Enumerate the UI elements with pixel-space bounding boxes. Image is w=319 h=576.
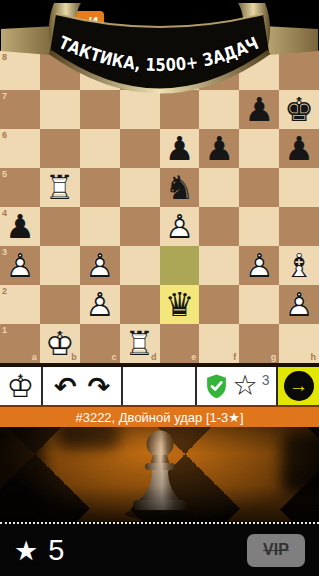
square-h5[interactable] bbox=[279, 168, 319, 207]
rank-label-5: 5 bbox=[2, 169, 7, 179]
square-b3[interactable] bbox=[40, 246, 80, 285]
square-f2[interactable] bbox=[199, 285, 239, 324]
square-f6[interactable]: ♟ bbox=[199, 129, 239, 168]
square-e8[interactable] bbox=[160, 51, 200, 90]
square-f4[interactable] bbox=[199, 207, 239, 246]
black-pawn: ♟ bbox=[199, 129, 239, 168]
puzzle-caption: #3222, Двойной удар [1-3★] bbox=[0, 407, 319, 427]
square-a6[interactable]: 6 bbox=[0, 129, 40, 168]
square-c7[interactable] bbox=[80, 90, 120, 129]
file-label-b: b bbox=[71, 352, 77, 362]
file-label-f: f bbox=[233, 352, 236, 362]
square-c6[interactable] bbox=[80, 129, 120, 168]
undo-redo-group: ↶ ↷ bbox=[43, 367, 123, 405]
rank-label-6: 6 bbox=[2, 130, 7, 140]
square-e1[interactable]: e bbox=[160, 324, 200, 363]
photo-vignette bbox=[0, 427, 319, 522]
square-c8[interactable] bbox=[80, 51, 120, 90]
square-b1[interactable]: b♚♔ bbox=[40, 324, 80, 363]
square-b8[interactable] bbox=[40, 51, 80, 90]
square-e7[interactable] bbox=[160, 90, 200, 129]
stars-icon: ★ bbox=[14, 537, 38, 564]
file-label-e: e bbox=[191, 352, 196, 362]
square-c3[interactable]: ♟♙ bbox=[80, 246, 120, 285]
chess-board: 87♟♚6♟♟♟5♜♖♞4♟♟♙3♟♙♟♙♟♙♝♗2♟♙♛♟♙1ab♚♔cd♜♖… bbox=[0, 50, 319, 365]
square-h7[interactable]: ♚ bbox=[279, 90, 319, 129]
move-display bbox=[123, 367, 197, 405]
vip-button[interactable]: VIP bbox=[247, 534, 305, 567]
square-f8[interactable] bbox=[199, 51, 239, 90]
black-king: ♚ bbox=[279, 90, 319, 129]
square-e2[interactable]: ♛ bbox=[160, 285, 200, 324]
rank-label-2: 2 bbox=[2, 286, 7, 296]
square-a7[interactable]: 7 bbox=[0, 90, 40, 129]
turn-indicator[interactable]: ♔ bbox=[0, 367, 43, 405]
stars-count: 5 bbox=[48, 534, 64, 567]
black-queen: ♛ bbox=[160, 285, 200, 324]
file-label-a: a bbox=[32, 352, 37, 362]
file-label-c: c bbox=[112, 352, 117, 362]
square-g3[interactable]: ♟♙ bbox=[239, 246, 279, 285]
square-h4[interactable] bbox=[279, 207, 319, 246]
square-g8[interactable] bbox=[239, 51, 279, 90]
square-a8[interactable]: 8 bbox=[0, 51, 40, 90]
square-f3[interactable] bbox=[199, 246, 239, 285]
square-c1[interactable]: c bbox=[80, 324, 120, 363]
square-e6[interactable]: ♟ bbox=[160, 129, 200, 168]
rank-label-3: 3 bbox=[2, 247, 7, 257]
toolbar: ♔ ↶ ↷ ☆ 3 → bbox=[0, 365, 319, 407]
rank-label-7: 7 bbox=[2, 91, 7, 101]
white-pawn: ♟♙ bbox=[80, 285, 120, 324]
background-photo bbox=[0, 427, 319, 522]
white-rook: ♜♖ bbox=[40, 168, 80, 207]
square-d3[interactable] bbox=[120, 246, 160, 285]
square-h6[interactable]: ♟ bbox=[279, 129, 319, 168]
square-a1[interactable]: 1a bbox=[0, 324, 40, 363]
square-h8[interactable] bbox=[279, 51, 319, 90]
square-b4[interactable] bbox=[40, 207, 80, 246]
square-d7[interactable] bbox=[120, 90, 160, 129]
top-strip bbox=[0, 0, 319, 50]
square-g1[interactable]: g bbox=[239, 324, 279, 363]
shield-check-icon bbox=[204, 373, 229, 400]
square-g5[interactable] bbox=[239, 168, 279, 207]
black-pawn: ♟ bbox=[239, 90, 279, 129]
difficulty-star-icon[interactable]: ☆ bbox=[233, 372, 258, 400]
square-d2[interactable] bbox=[120, 285, 160, 324]
square-f5[interactable] bbox=[199, 168, 239, 207]
file-label-h: h bbox=[311, 352, 317, 362]
square-d1[interactable]: d♜♖ bbox=[120, 324, 160, 363]
black-pawn: ♟ bbox=[160, 129, 200, 168]
next-puzzle-button[interactable]: → bbox=[278, 367, 319, 405]
square-c2[interactable]: ♟♙ bbox=[80, 285, 120, 324]
tab-tasks[interactable]: И bbox=[72, 11, 104, 32]
redo-button[interactable]: ↷ bbox=[87, 373, 110, 400]
file-label-d: d bbox=[151, 352, 157, 362]
square-g4[interactable] bbox=[239, 207, 279, 246]
square-a2[interactable]: 2 bbox=[0, 285, 40, 324]
black-knight: ♞ bbox=[160, 168, 200, 207]
file-label-g: g bbox=[271, 352, 277, 362]
white-pawn: ♟♙ bbox=[279, 285, 319, 324]
square-d6[interactable] bbox=[120, 129, 160, 168]
rank-label-8: 8 bbox=[2, 52, 7, 62]
square-d8[interactable] bbox=[120, 51, 160, 90]
white-king-icon: ♔ bbox=[7, 371, 35, 402]
square-c4[interactable] bbox=[80, 207, 120, 246]
white-pawn: ♟♙ bbox=[239, 246, 279, 285]
square-a5[interactable]: 5 bbox=[0, 168, 40, 207]
difficulty-count: 3 bbox=[262, 372, 270, 388]
square-e4[interactable]: ♟♙ bbox=[160, 207, 200, 246]
square-a3[interactable]: 3♟♙ bbox=[0, 246, 40, 285]
square-b2[interactable] bbox=[40, 285, 80, 324]
white-bishop: ♝♗ bbox=[279, 246, 319, 285]
next-arrow-icon: → bbox=[284, 371, 314, 401]
square-h2[interactable]: ♟♙ bbox=[279, 285, 319, 324]
square-d4[interactable] bbox=[120, 207, 160, 246]
rank-label-1: 1 bbox=[2, 325, 7, 335]
square-f1[interactable]: f bbox=[199, 324, 239, 363]
square-e5[interactable]: ♞ bbox=[160, 168, 200, 207]
undo-button[interactable]: ↶ bbox=[54, 373, 77, 400]
square-b5[interactable]: ♜♖ bbox=[40, 168, 80, 207]
app-root: 87♟♚6♟♟♟5♜♖♞4♟♟♙3♟♙♟♙♟♙♝♗2♟♙♛♟♙1ab♚♔cd♜♖… bbox=[0, 0, 319, 576]
square-h1[interactable]: h bbox=[279, 324, 319, 363]
square-g2[interactable] bbox=[239, 285, 279, 324]
rank-label-4: 4 bbox=[2, 208, 7, 218]
square-h3[interactable]: ♝♗ bbox=[279, 246, 319, 285]
square-a4[interactable]: 4♟ bbox=[0, 207, 40, 246]
square-g7[interactable]: ♟ bbox=[239, 90, 279, 129]
white-pawn: ♟♙ bbox=[80, 246, 120, 285]
square-b7[interactable] bbox=[40, 90, 80, 129]
square-e3[interactable] bbox=[160, 246, 200, 285]
white-pawn: ♟♙ bbox=[160, 207, 200, 246]
square-f7[interactable] bbox=[199, 90, 239, 129]
black-pawn: ♟ bbox=[279, 129, 319, 168]
square-c5[interactable] bbox=[80, 168, 120, 207]
square-b6[interactable] bbox=[40, 129, 80, 168]
square-d5[interactable] bbox=[120, 168, 160, 207]
square-g6[interactable] bbox=[239, 129, 279, 168]
rating-group: ☆ 3 bbox=[197, 367, 278, 405]
status-bar: ★ 5 VIP bbox=[0, 522, 319, 576]
